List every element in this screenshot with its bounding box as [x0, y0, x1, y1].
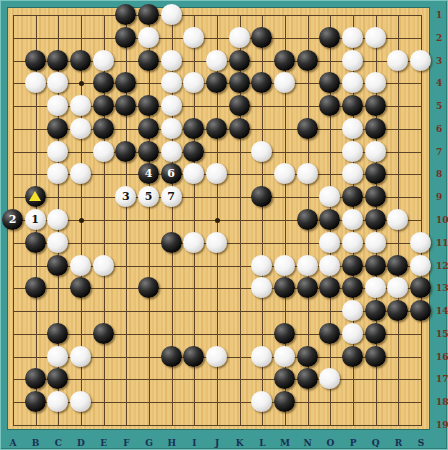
black-stone-O4[interactable] [319, 72, 340, 93]
star-point [79, 81, 84, 86]
grid-line-vertical [421, 15, 422, 426]
black-stone-J6[interactable] [206, 118, 227, 139]
row-label-3: 3 [436, 56, 442, 66]
white-stone-F9[interactable]: 3 [115, 186, 136, 207]
white-stone-Q13[interactable] [365, 277, 386, 298]
white-stone-H6[interactable] [161, 118, 182, 139]
column-label-A: A [10, 438, 17, 448]
white-stone-H1[interactable] [161, 4, 182, 25]
black-stone-K4[interactable] [229, 72, 250, 93]
black-stone-Q15[interactable] [365, 323, 386, 344]
white-stone-H3[interactable] [161, 50, 182, 71]
column-label-J: J [215, 438, 219, 448]
white-stone-E12[interactable] [93, 255, 114, 276]
black-stone-N10[interactable] [297, 209, 318, 230]
grid-line-horizontal [13, 425, 422, 426]
move-number-label: 5 [145, 191, 153, 202]
row-label-11: 11 [436, 238, 448, 248]
move-number-label: 6 [167, 168, 175, 179]
black-stone-N17[interactable] [297, 368, 318, 389]
black-stone-Q6[interactable] [365, 118, 386, 139]
column-label-K: K [236, 438, 244, 448]
black-stone-C17[interactable] [47, 368, 68, 389]
column-label-S: S [418, 438, 425, 448]
white-stone-N8[interactable] [297, 163, 318, 184]
star-point [215, 218, 220, 223]
column-label-O: O [326, 438, 334, 448]
white-stone-P10[interactable] [342, 209, 363, 230]
black-stone-S13[interactable] [410, 277, 431, 298]
black-stone-F7[interactable] [115, 141, 136, 162]
black-stone-H11[interactable] [161, 232, 182, 253]
row-label-14: 14 [436, 306, 448, 316]
black-stone-D3[interactable] [70, 50, 91, 71]
white-stone-P2[interactable] [342, 27, 363, 48]
white-stone-Q2[interactable] [365, 27, 386, 48]
black-stone-R12[interactable] [387, 255, 408, 276]
white-stone-P6[interactable] [342, 118, 363, 139]
white-stone-O12[interactable] [319, 255, 340, 276]
black-stone-L9[interactable] [251, 186, 272, 207]
white-stone-Q4[interactable] [365, 72, 386, 93]
black-stone-F1[interactable] [115, 4, 136, 25]
white-stone-E3[interactable] [93, 50, 114, 71]
black-stone-I7[interactable] [183, 141, 204, 162]
row-label-8: 8 [436, 169, 442, 179]
white-stone-O11[interactable] [319, 232, 340, 253]
row-label-6: 6 [436, 124, 442, 134]
black-stone-G13[interactable] [138, 277, 159, 298]
white-stone-H7[interactable] [161, 141, 182, 162]
white-stone-P7[interactable] [342, 141, 363, 162]
black-stone-M18[interactable] [274, 391, 295, 412]
black-stone-B11[interactable] [25, 232, 46, 253]
black-stone-N3[interactable] [297, 50, 318, 71]
white-stone-P14[interactable] [342, 300, 363, 321]
white-stone-H4[interactable] [161, 72, 182, 93]
column-label-F: F [123, 438, 129, 448]
white-stone-L12[interactable] [251, 255, 272, 276]
move-number-label: 1 [31, 214, 39, 225]
black-stone-P16[interactable] [342, 346, 363, 367]
black-stone-Q14[interactable] [365, 300, 386, 321]
black-stone-M3[interactable] [274, 50, 295, 71]
white-stone-C18[interactable] [47, 391, 68, 412]
black-stone-E6[interactable] [93, 118, 114, 139]
column-label-N: N [304, 438, 312, 448]
black-stone-Q9[interactable] [365, 186, 386, 207]
row-label-5: 5 [436, 101, 442, 111]
move-number-label: 3 [122, 191, 130, 202]
black-stone-B3[interactable] [25, 50, 46, 71]
white-stone-H9[interactable]: 7 [161, 186, 182, 207]
white-stone-D16[interactable] [70, 346, 91, 367]
white-stone-C4[interactable] [47, 72, 68, 93]
black-stone-G5[interactable] [138, 95, 159, 116]
black-stone-G7[interactable] [138, 141, 159, 162]
black-stone-I16[interactable] [183, 346, 204, 367]
black-stone-L4[interactable] [251, 72, 272, 93]
white-stone-C10[interactable] [47, 209, 68, 230]
white-stone-M12[interactable] [274, 255, 295, 276]
white-stone-Q7[interactable] [365, 141, 386, 162]
black-stone-M13[interactable] [274, 277, 295, 298]
triangle-mark [29, 191, 41, 201]
white-stone-P3[interactable] [342, 50, 363, 71]
white-stone-D5[interactable] [70, 95, 91, 116]
black-stone-M15[interactable] [274, 323, 295, 344]
white-stone-I4[interactable] [183, 72, 204, 93]
black-stone-P9[interactable] [342, 186, 363, 207]
row-label-15: 15 [436, 329, 448, 339]
white-stone-B10[interactable]: 1 [25, 209, 46, 230]
black-stone-P13[interactable] [342, 277, 363, 298]
black-stone-L2[interactable] [251, 27, 272, 48]
column-label-C: C [55, 438, 62, 448]
row-label-19: 19 [436, 420, 448, 430]
move-number-label: 4 [145, 168, 153, 179]
black-stone-P5[interactable] [342, 95, 363, 116]
row-label-4: 4 [436, 78, 442, 88]
black-stone-A10[interactable]: 2 [2, 209, 23, 230]
black-stone-G3[interactable] [138, 50, 159, 71]
black-stone-H16[interactable] [161, 346, 182, 367]
white-stone-M8[interactable] [274, 163, 295, 184]
white-stone-B4[interactable] [25, 72, 46, 93]
row-label-9: 9 [436, 192, 442, 202]
black-stone-Q16[interactable] [365, 346, 386, 367]
row-label-16: 16 [436, 352, 448, 362]
column-label-D: D [77, 438, 85, 448]
white-stone-L16[interactable] [251, 346, 272, 367]
white-stone-C16[interactable] [47, 346, 68, 367]
white-stone-E7[interactable] [93, 141, 114, 162]
row-label-7: 7 [436, 147, 442, 157]
white-stone-I8[interactable] [183, 163, 204, 184]
row-label-13: 13 [436, 283, 448, 293]
black-stone-O13[interactable] [319, 277, 340, 298]
white-stone-P4[interactable] [342, 72, 363, 93]
white-stone-L7[interactable] [251, 141, 272, 162]
black-stone-K6[interactable] [229, 118, 250, 139]
white-stone-R10[interactable] [387, 209, 408, 230]
white-stone-J16[interactable] [206, 346, 227, 367]
row-label-17: 17 [436, 374, 448, 384]
black-stone-K5[interactable] [229, 95, 250, 116]
white-stone-P11[interactable] [342, 232, 363, 253]
black-stone-M17[interactable] [274, 368, 295, 389]
black-stone-D13[interactable] [70, 277, 91, 298]
black-stone-Q12[interactable] [365, 255, 386, 276]
white-stone-G9[interactable]: 5 [138, 186, 159, 207]
white-stone-M4[interactable] [274, 72, 295, 93]
white-stone-D6[interactable] [70, 118, 91, 139]
black-stone-B9[interactable] [25, 186, 46, 207]
column-label-P: P [350, 438, 357, 448]
black-stone-Q10[interactable] [365, 209, 386, 230]
black-stone-N6[interactable] [297, 118, 318, 139]
column-label-E: E [100, 438, 107, 448]
black-stone-O2[interactable] [319, 27, 340, 48]
white-stone-C5[interactable] [47, 95, 68, 116]
column-label-L: L [259, 438, 265, 448]
black-stone-C15[interactable] [47, 323, 68, 344]
row-label-2: 2 [436, 33, 442, 43]
black-stone-I6[interactable] [183, 118, 204, 139]
black-stone-E4[interactable] [93, 72, 114, 93]
column-label-Q: Q [372, 438, 380, 448]
grid-line-horizontal [13, 379, 422, 380]
black-stone-B13[interactable] [25, 277, 46, 298]
white-stone-D12[interactable] [70, 255, 91, 276]
white-stone-R13[interactable] [387, 277, 408, 298]
move-number-label: 2 [9, 214, 17, 225]
column-label-R: R [395, 438, 402, 448]
black-stone-N16[interactable] [297, 346, 318, 367]
black-stone-R14[interactable] [387, 300, 408, 321]
white-stone-S3[interactable] [410, 50, 431, 71]
black-stone-C6[interactable] [47, 118, 68, 139]
black-stone-B18[interactable] [25, 391, 46, 412]
white-stone-I11[interactable] [183, 232, 204, 253]
white-stone-R3[interactable] [387, 50, 408, 71]
star-point [79, 218, 84, 223]
column-label-B: B [32, 438, 40, 448]
black-stone-N13[interactable] [297, 277, 318, 298]
white-stone-O9[interactable] [319, 186, 340, 207]
row-label-12: 12 [436, 261, 448, 271]
white-stone-S11[interactable] [410, 232, 431, 253]
black-stone-J4[interactable] [206, 72, 227, 93]
white-stone-J3[interactable] [206, 50, 227, 71]
black-stone-E5[interactable] [93, 95, 114, 116]
black-stone-F4[interactable] [115, 72, 136, 93]
white-stone-M16[interactable] [274, 346, 295, 367]
black-stone-K3[interactable] [229, 50, 250, 71]
black-stone-H8[interactable]: 6 [161, 163, 182, 184]
column-label-H: H [167, 438, 176, 448]
column-label-M: M [280, 438, 290, 448]
row-label-18: 18 [436, 397, 448, 407]
go-board-app: 4635721 ABCDEFGHIJKLMNOPQRS1234567891011… [0, 0, 448, 450]
black-stone-S14[interactable] [410, 300, 431, 321]
white-stone-J8[interactable] [206, 163, 227, 184]
white-stone-L18[interactable] [251, 391, 272, 412]
white-stone-C7[interactable] [47, 141, 68, 162]
black-stone-F2[interactable] [115, 27, 136, 48]
white-stone-D18[interactable] [70, 391, 91, 412]
white-stone-H5[interactable] [161, 95, 182, 116]
white-stone-P15[interactable] [342, 323, 363, 344]
white-stone-L13[interactable] [251, 277, 272, 298]
white-stone-I2[interactable] [183, 27, 204, 48]
black-stone-O15[interactable] [319, 323, 340, 344]
white-stone-Q11[interactable] [365, 232, 386, 253]
black-stone-C3[interactable] [47, 50, 68, 71]
column-label-G: G [145, 438, 153, 448]
white-stone-N12[interactable] [297, 255, 318, 276]
black-stone-G8[interactable]: 4 [138, 163, 159, 184]
black-stone-Q8[interactable] [365, 163, 386, 184]
white-stone-C8[interactable] [47, 163, 68, 184]
white-stone-C11[interactable] [47, 232, 68, 253]
black-stone-F5[interactable] [115, 95, 136, 116]
black-stone-O10[interactable] [319, 209, 340, 230]
row-label-1: 1 [436, 10, 442, 20]
white-stone-P8[interactable] [342, 163, 363, 184]
white-stone-J11[interactable] [206, 232, 227, 253]
white-stone-S12[interactable] [410, 255, 431, 276]
black-stone-Q5[interactable] [365, 95, 386, 116]
row-label-10: 10 [436, 215, 448, 225]
white-stone-O17[interactable] [319, 368, 340, 389]
column-label-I: I [192, 438, 196, 448]
black-stone-P12[interactable] [342, 255, 363, 276]
black-stone-G6[interactable] [138, 118, 159, 139]
black-stone-B17[interactable] [25, 368, 46, 389]
black-stone-G1[interactable] [138, 4, 159, 25]
black-stone-O5[interactable] [319, 95, 340, 116]
white-stone-D8[interactable] [70, 163, 91, 184]
black-stone-C12[interactable] [47, 255, 68, 276]
white-stone-G2[interactable] [138, 27, 159, 48]
white-stone-K2[interactable] [229, 27, 250, 48]
go-board[interactable]: 4635721 [8, 8, 429, 429]
move-number-label: 7 [167, 191, 175, 202]
black-stone-E15[interactable] [93, 323, 114, 344]
